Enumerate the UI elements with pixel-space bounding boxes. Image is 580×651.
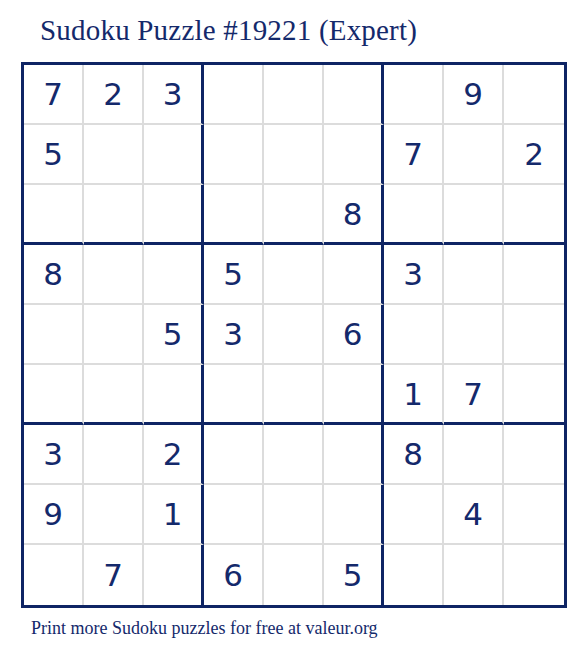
- cell-r5c2-empty: [84, 305, 144, 365]
- cell-r8c4-empty: [204, 485, 264, 545]
- cell-r5c5-empty: [264, 305, 324, 365]
- cell-r2c9-given-2: 2: [504, 125, 564, 185]
- cell-r8c7-empty: [384, 485, 444, 545]
- sudoku-board: 7239572885353617328914765: [21, 62, 567, 608]
- cell-r2c1-given-5: 5: [24, 125, 84, 185]
- cell-r7c7-given-8: 8: [384, 425, 444, 485]
- cell-r7c3-given-2: 2: [144, 425, 204, 485]
- cell-r2c7-given-7: 7: [384, 125, 444, 185]
- cell-r9c7-empty: [384, 545, 444, 605]
- cell-r7c5-empty: [264, 425, 324, 485]
- cell-r1c6-empty: [324, 65, 384, 125]
- cell-r4c9-empty: [504, 245, 564, 305]
- cell-r3c3-empty: [144, 185, 204, 245]
- page-title: Sudoku Puzzle #19221 (Expert): [40, 14, 580, 47]
- cell-r2c6-empty: [324, 125, 384, 185]
- cell-r6c6-empty: [324, 365, 384, 425]
- cell-r2c8-empty: [444, 125, 504, 185]
- cell-r9c2-given-7: 7: [84, 545, 144, 605]
- cell-r3c5-empty: [264, 185, 324, 245]
- cell-r2c5-empty: [264, 125, 324, 185]
- cell-r1c3-given-3: 3: [144, 65, 204, 125]
- cell-r9c9-empty: [504, 545, 564, 605]
- cell-r8c6-empty: [324, 485, 384, 545]
- cell-r4c8-empty: [444, 245, 504, 305]
- cell-r3c9-empty: [504, 185, 564, 245]
- cell-r3c2-empty: [84, 185, 144, 245]
- cell-r5c6-given-6: 6: [324, 305, 384, 365]
- board-wrap: 7239572885353617328914765: [21, 62, 567, 608]
- cell-r4c7-given-3: 3: [384, 245, 444, 305]
- cell-r9c6-given-5: 5: [324, 545, 384, 605]
- cell-r7c1-given-3: 3: [24, 425, 84, 485]
- cell-r5c9-empty: [504, 305, 564, 365]
- cell-r8c3-given-1: 1: [144, 485, 204, 545]
- cell-r8c9-empty: [504, 485, 564, 545]
- cell-r1c4-empty: [204, 65, 264, 125]
- cell-r3c4-empty: [204, 185, 264, 245]
- cell-r1c1-given-7: 7: [24, 65, 84, 125]
- cell-r1c5-empty: [264, 65, 324, 125]
- cell-r4c1-given-8: 8: [24, 245, 84, 305]
- cell-r7c9-empty: [504, 425, 564, 485]
- cell-r3c8-empty: [444, 185, 504, 245]
- cell-r5c7-empty: [384, 305, 444, 365]
- cell-r6c4-empty: [204, 365, 264, 425]
- cell-r1c8-given-9: 9: [444, 65, 504, 125]
- cell-r9c4-given-6: 6: [204, 545, 264, 605]
- cell-r5c4-given-3: 3: [204, 305, 264, 365]
- footer-text: Print more Sudoku puzzles for free at va…: [31, 618, 378, 639]
- cell-r2c3-empty: [144, 125, 204, 185]
- cell-r9c1-empty: [24, 545, 84, 605]
- cell-r8c5-empty: [264, 485, 324, 545]
- cell-r9c5-empty: [264, 545, 324, 605]
- cell-r4c6-empty: [324, 245, 384, 305]
- cell-r7c6-empty: [324, 425, 384, 485]
- cell-r4c4-given-5: 5: [204, 245, 264, 305]
- cell-r6c1-empty: [24, 365, 84, 425]
- cell-r3c7-empty: [384, 185, 444, 245]
- cell-r7c2-empty: [84, 425, 144, 485]
- cell-r5c1-empty: [24, 305, 84, 365]
- cell-r2c2-empty: [84, 125, 144, 185]
- cell-r8c2-empty: [84, 485, 144, 545]
- cell-r6c8-given-7: 7: [444, 365, 504, 425]
- cell-r3c1-empty: [24, 185, 84, 245]
- cell-r6c3-empty: [144, 365, 204, 425]
- cell-r1c9-empty: [504, 65, 564, 125]
- cell-r6c2-empty: [84, 365, 144, 425]
- cell-r1c2-given-2: 2: [84, 65, 144, 125]
- cell-r1c7-empty: [384, 65, 444, 125]
- cell-r6c5-empty: [264, 365, 324, 425]
- cell-r7c8-empty: [444, 425, 504, 485]
- cell-r4c3-empty: [144, 245, 204, 305]
- cell-r6c7-given-1: 1: [384, 365, 444, 425]
- cell-r3c6-given-8: 8: [324, 185, 384, 245]
- cell-r4c5-empty: [264, 245, 324, 305]
- cell-r6c9-empty: [504, 365, 564, 425]
- cell-r2c4-empty: [204, 125, 264, 185]
- cell-r9c8-empty: [444, 545, 504, 605]
- cell-r8c8-given-4: 4: [444, 485, 504, 545]
- cell-r9c3-empty: [144, 545, 204, 605]
- cell-r8c1-given-9: 9: [24, 485, 84, 545]
- cell-r5c8-empty: [444, 305, 504, 365]
- cell-r5c3-given-5: 5: [144, 305, 204, 365]
- cell-r7c4-empty: [204, 425, 264, 485]
- cell-r4c2-empty: [84, 245, 144, 305]
